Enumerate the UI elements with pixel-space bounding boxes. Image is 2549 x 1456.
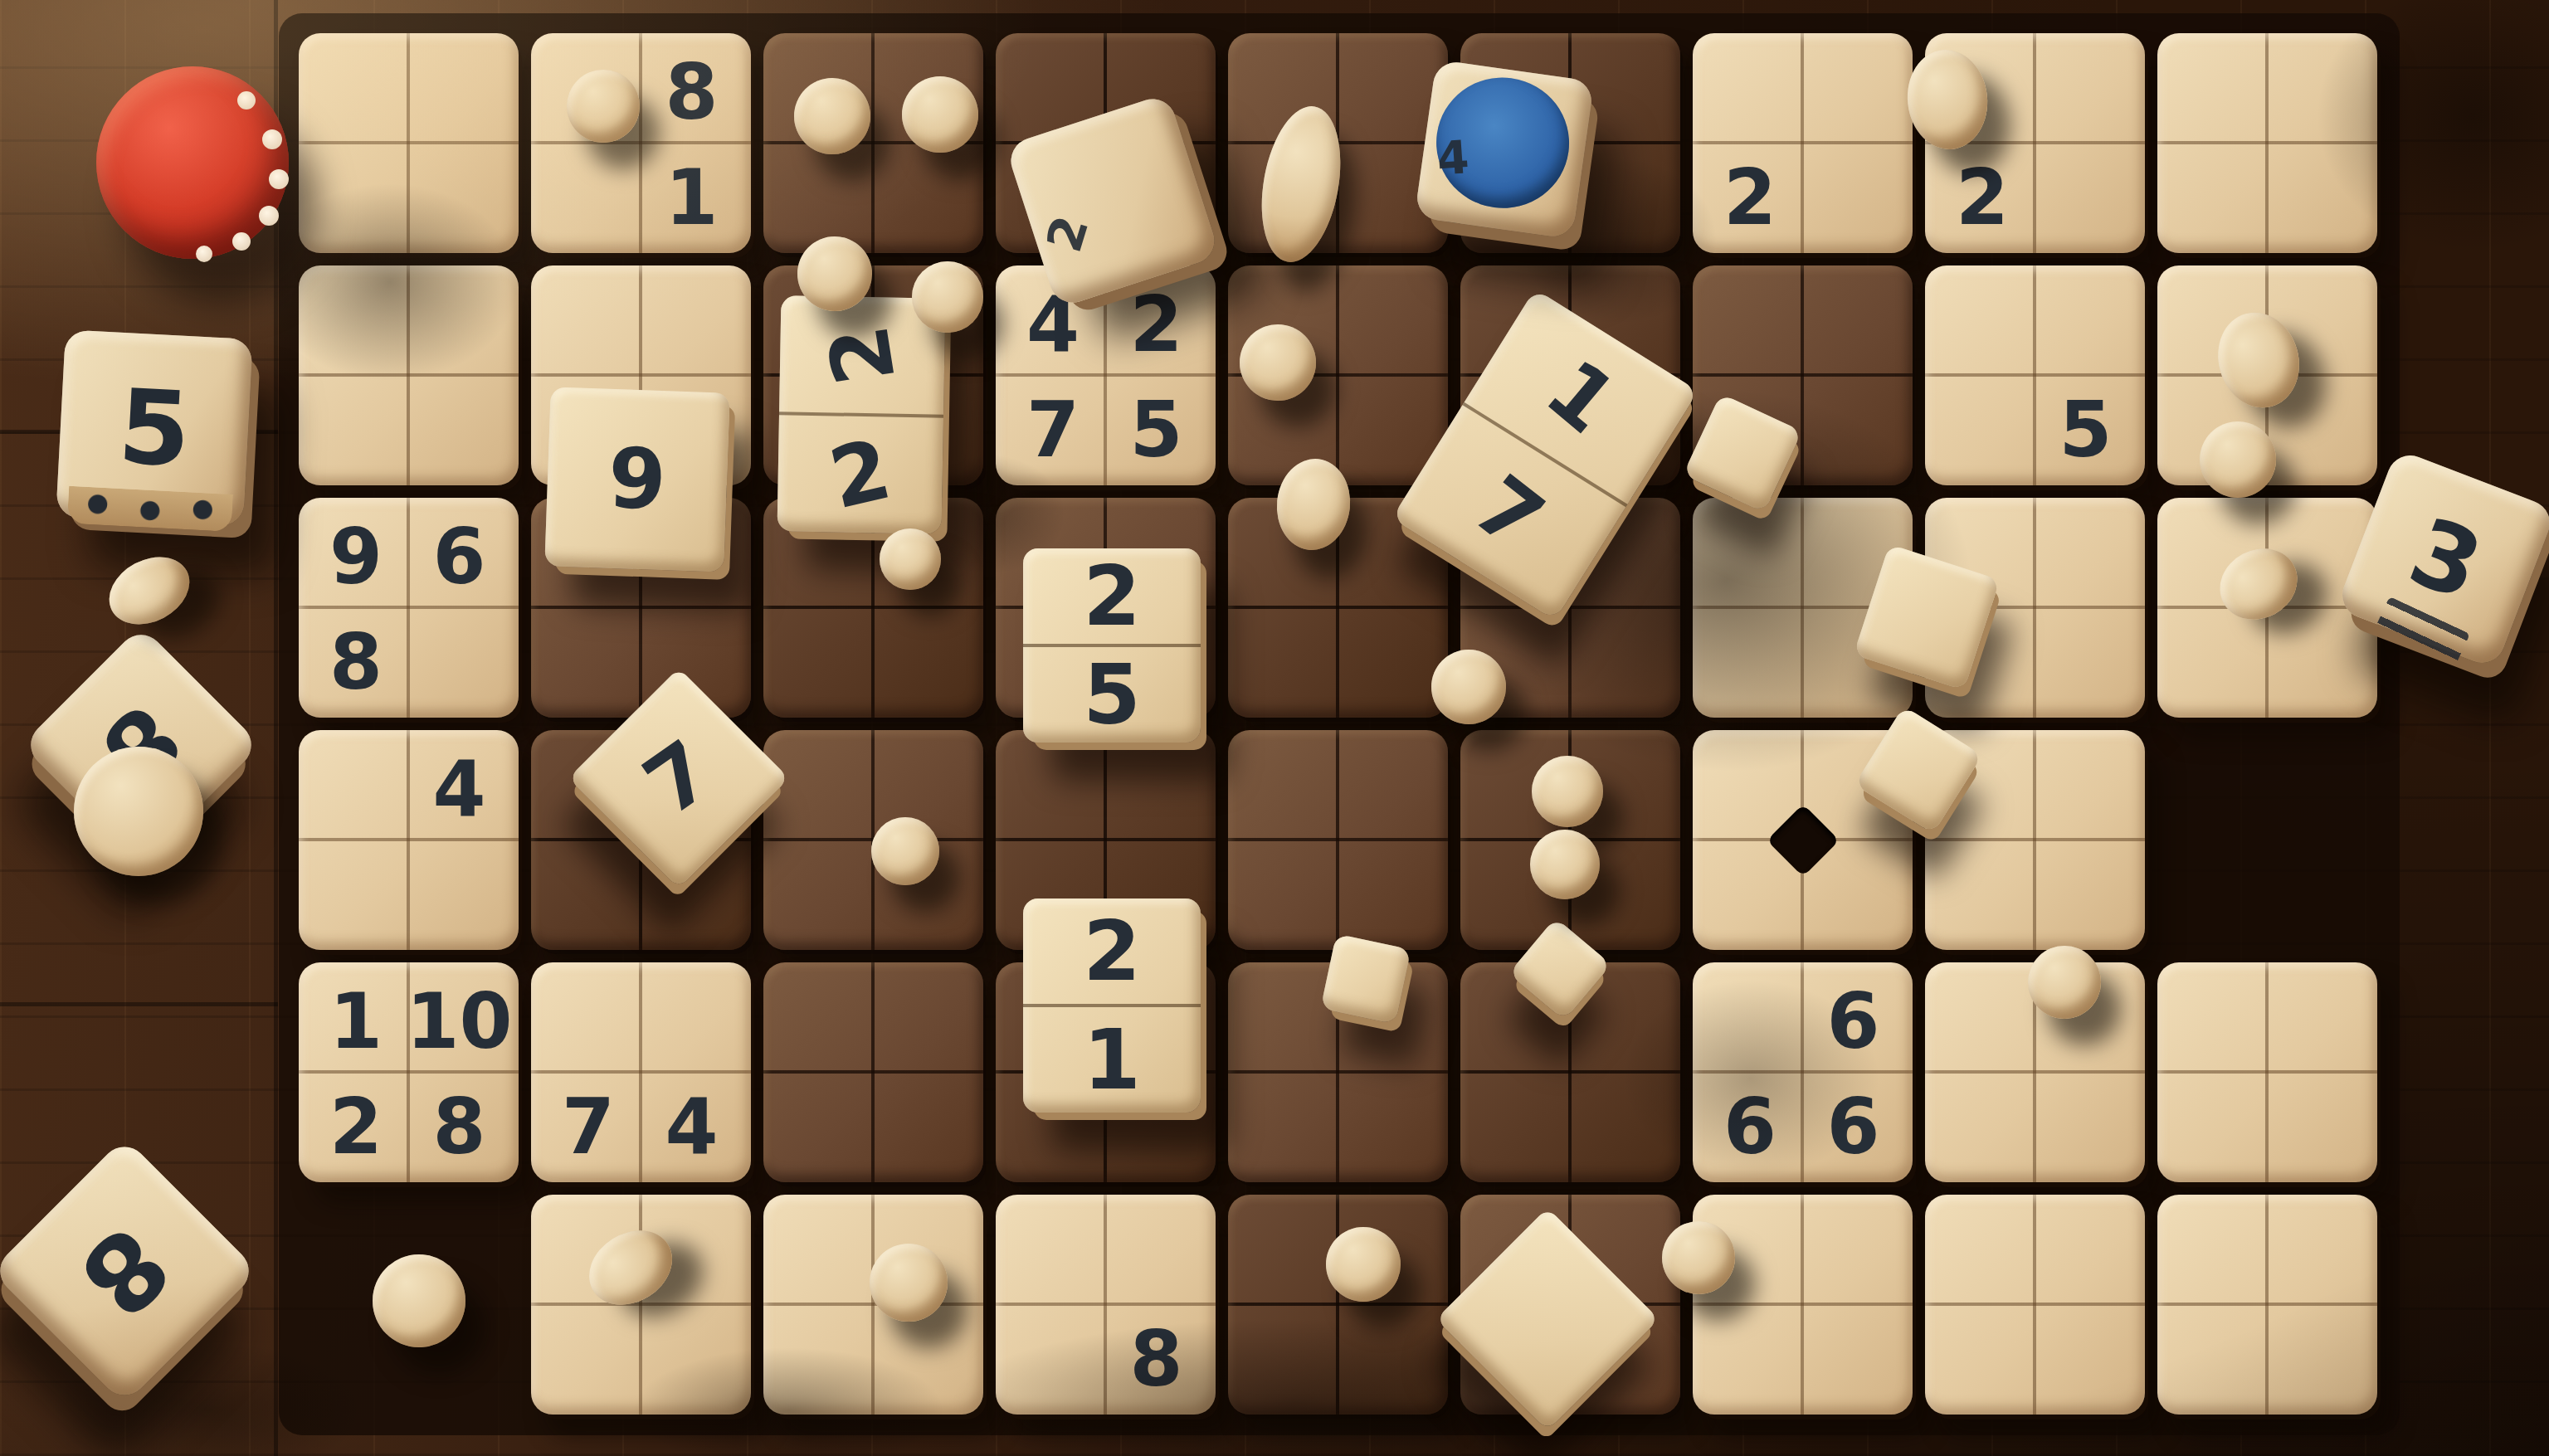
die-pip [237, 91, 256, 110]
wood-peg[interactable] [98, 543, 202, 637]
wood-peg[interactable] [797, 236, 872, 311]
die-number: 8 [62, 1209, 187, 1333]
die-8-bottom[interactable]: 8 [0, 1137, 258, 1405]
block-1-7[interactable]: 17 [1391, 289, 1699, 620]
die-pip [232, 232, 251, 251]
wood-peg[interactable] [373, 1254, 465, 1347]
die-number: 4 [1435, 135, 1470, 183]
wood-peg[interactable] [1532, 756, 1603, 827]
block-cell: 2 [1023, 898, 1201, 1004]
wood-peg[interactable] [871, 817, 939, 885]
block-2-2[interactable]: 22 [777, 295, 946, 533]
wood-peg[interactable] [870, 1244, 948, 1322]
cube-blank-5[interactable] [1508, 918, 1611, 1020]
block-cell [1436, 1208, 1660, 1431]
wood-peg[interactable] [880, 528, 941, 590]
wood-peg[interactable] [1530, 830, 1600, 899]
wood-peg[interactable] [1903, 46, 1992, 153]
block-cell: 2 [1023, 548, 1201, 644]
wood-peg[interactable] [912, 261, 983, 333]
cube-blank-2[interactable] [1854, 544, 2000, 690]
cube-blank-4[interactable] [1320, 933, 1411, 1024]
block-number: 9 [607, 437, 667, 522]
die-number: 3 [2399, 504, 2493, 615]
die-5[interactable]: 5 [56, 329, 253, 527]
block-2-1[interactable]: 21 [1023, 898, 1201, 1113]
die-number: 5 [116, 375, 193, 481]
block-cell: 7 [568, 668, 789, 889]
die-front-pips [66, 485, 233, 532]
wood-peg[interactable] [1431, 650, 1506, 724]
block-number: 1 [1533, 346, 1630, 446]
block-cell: 9 [544, 387, 729, 572]
wood-peg[interactable] [794, 78, 870, 154]
wood-peg[interactable] [1272, 455, 1354, 554]
die-pip [262, 129, 282, 149]
die-2[interactable]: 2 [1005, 93, 1221, 309]
die-pip [259, 206, 279, 226]
block-number: 2 [816, 320, 908, 390]
die-number: 2 [1040, 211, 1096, 257]
block-cell [1508, 918, 1611, 1020]
block-blank-diamond[interactable] [1436, 1208, 1660, 1431]
block-number: 7 [1460, 462, 1557, 563]
block-cell [1683, 393, 1802, 513]
die-blue[interactable]: 4 [1415, 60, 1595, 240]
wood-peg[interactable] [1662, 1221, 1735, 1294]
block-number: 5 [1083, 654, 1141, 737]
wood-peg[interactable] [575, 1215, 685, 1320]
wood-peg[interactable] [1326, 1227, 1401, 1302]
wood-peg[interactable] [902, 76, 978, 153]
block-cell [1320, 933, 1411, 1024]
cube-blank-1[interactable] [1683, 393, 1802, 513]
block-2-5[interactable]: 25 [1023, 548, 1201, 743]
wood-peg[interactable] [2028, 946, 2101, 1019]
red-die[interactable] [96, 66, 289, 259]
block-number: 7 [631, 728, 726, 829]
block-number: 2 [1083, 910, 1141, 993]
block-cell [1854, 544, 2000, 690]
wood-peg[interactable] [2207, 303, 2310, 417]
cube-blank-3[interactable] [1854, 706, 1982, 834]
pieces-layer: 9222521177524388 [0, 0, 2549, 1456]
block-cell [1854, 706, 1982, 834]
die-3[interactable]: 3 [2336, 449, 2549, 670]
wood-peg[interactable] [2200, 421, 2276, 498]
block-number: 2 [1083, 555, 1141, 638]
block-7-diamond[interactable]: 7 [568, 668, 789, 889]
wood-peg[interactable] [1240, 324, 1316, 401]
wood-disc[interactable] [74, 747, 203, 876]
die-pip [196, 246, 212, 262]
block-cell: 1 [1023, 1004, 1201, 1113]
wood-peg[interactable] [567, 70, 640, 143]
block-number: 2 [823, 427, 898, 521]
wood-peg[interactable] [2207, 535, 2309, 632]
wood-peg[interactable] [1250, 100, 1352, 269]
wooden-number-puzzle-scene: 812242755968411028746668 922252117752438… [0, 0, 2549, 1456]
block-number: 1 [1083, 1019, 1141, 1102]
block-cell: 5 [1023, 644, 1201, 743]
block-cell: 2 [777, 411, 943, 533]
block-9[interactable]: 9 [544, 387, 729, 572]
die-pip [269, 169, 289, 189]
